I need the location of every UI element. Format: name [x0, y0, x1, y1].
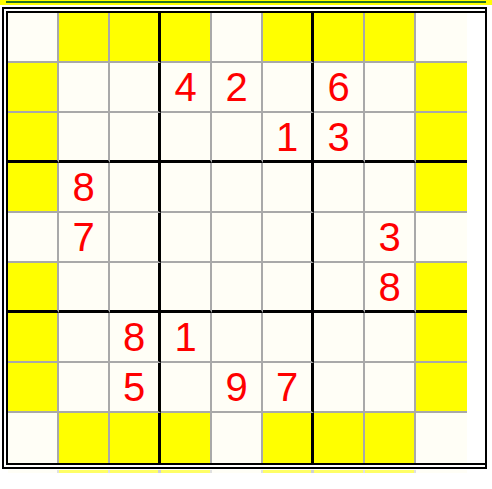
cell-r9c9[interactable] [416, 413, 467, 463]
cell-r4c4[interactable] [161, 163, 212, 213]
cell-r7c7[interactable] [314, 313, 365, 363]
cell-r1c4[interactable] [161, 13, 212, 63]
cell-r7c9[interactable] [416, 313, 467, 363]
cell-r9c4[interactable] [161, 413, 212, 463]
cell-r8c4[interactable] [161, 363, 212, 413]
cell-r1c1[interactable] [8, 13, 59, 63]
cell-r7c5[interactable] [212, 313, 263, 363]
cell-r4c1[interactable] [8, 163, 59, 213]
cell-r9c2[interactable] [59, 413, 110, 463]
cell-r6c1[interactable] [8, 263, 59, 313]
cell-r1c3[interactable] [110, 13, 161, 63]
sudoku-grid: 42613873881597 [8, 13, 485, 463]
cell-r6c7[interactable] [314, 263, 365, 313]
cell-r7c8[interactable] [365, 313, 416, 363]
cell-r5c9[interactable] [416, 213, 467, 263]
sliver-cell-c1 [8, 470, 59, 473]
sudoku-board-outer-border: 42613873881597 [2, 7, 487, 469]
cell-r6c6[interactable] [263, 263, 314, 313]
cell-r9c7[interactable] [314, 413, 365, 463]
cell-r6c2[interactable] [59, 263, 110, 313]
cell-r8c9[interactable] [416, 363, 467, 413]
cell-r3c9[interactable] [416, 113, 467, 163]
cell-r5c1[interactable] [8, 213, 59, 263]
cell-r3c5[interactable] [212, 113, 263, 163]
sliver-cell-c8 [365, 470, 416, 473]
cell-r2c3[interactable] [110, 63, 161, 113]
cell-r2c5[interactable]: 2 [212, 63, 263, 113]
cell-r8c5[interactable]: 9 [212, 363, 263, 413]
cell-r5c8[interactable]: 3 [365, 213, 416, 263]
cell-r1c2[interactable] [59, 13, 110, 63]
cell-r4c8[interactable] [365, 163, 416, 213]
cell-r5c2[interactable]: 7 [59, 213, 110, 263]
cell-r4c3[interactable] [110, 163, 161, 213]
cell-r3c3[interactable] [110, 113, 161, 163]
cell-r1c6[interactable] [263, 13, 314, 63]
cell-r5c5[interactable] [212, 213, 263, 263]
cell-r4c9[interactable] [416, 163, 467, 213]
next-grid-cropped-sliver [8, 470, 485, 473]
cell-r7c4[interactable]: 1 [161, 313, 212, 363]
cell-r9c5[interactable] [212, 413, 263, 463]
cell-r6c4[interactable] [161, 263, 212, 313]
cell-r5c7[interactable] [314, 213, 365, 263]
cell-r5c4[interactable] [161, 213, 212, 263]
cell-r7c6[interactable] [263, 313, 314, 363]
cell-r1c8[interactable] [365, 13, 416, 63]
cell-r3c7[interactable]: 3 [314, 113, 365, 163]
sliver-cell-c2 [59, 470, 110, 473]
cell-r4c6[interactable] [263, 163, 314, 213]
cell-r7c3[interactable]: 8 [110, 313, 161, 363]
cell-r6c9[interactable] [416, 263, 467, 313]
sliver-cell-c9 [416, 470, 467, 473]
sliver-cell-c5 [212, 470, 263, 473]
sliver-cell-c4 [161, 470, 212, 473]
sliver-cell-c3 [110, 470, 161, 473]
cell-r7c1[interactable] [8, 313, 59, 363]
cell-r7c2[interactable] [59, 313, 110, 363]
cell-r8c3[interactable]: 5 [110, 363, 161, 413]
cell-r6c8[interactable]: 8 [365, 263, 416, 313]
cell-r4c5[interactable] [212, 163, 263, 213]
cell-r8c8[interactable] [365, 363, 416, 413]
cell-r1c5[interactable] [212, 13, 263, 63]
cell-r4c7[interactable] [314, 163, 365, 213]
cell-r2c4[interactable]: 4 [161, 63, 212, 113]
cell-r9c8[interactable] [365, 413, 416, 463]
cell-r3c2[interactable] [59, 113, 110, 163]
cell-r4c2[interactable]: 8 [59, 163, 110, 213]
cell-r3c6[interactable]: 1 [263, 113, 314, 163]
top-yellow-strip [0, 0, 492, 5]
cell-r1c9[interactable] [416, 13, 467, 63]
cell-r5c3[interactable] [110, 213, 161, 263]
cell-r2c2[interactable] [59, 63, 110, 113]
sudoku-board-inner-border: 42613873881597 [6, 11, 487, 465]
cell-r9c1[interactable] [8, 413, 59, 463]
cell-r2c9[interactable] [416, 63, 467, 113]
cell-r2c8[interactable] [365, 63, 416, 113]
sliver-cell-c7 [314, 470, 365, 473]
cell-r8c1[interactable] [8, 363, 59, 413]
cell-r9c6[interactable] [263, 413, 314, 463]
cell-r2c7[interactable]: 6 [314, 63, 365, 113]
top-green-rule [6, 1, 486, 3]
cell-r5c6[interactable] [263, 213, 314, 263]
cell-r8c6[interactable]: 7 [263, 363, 314, 413]
cell-r6c5[interactable] [212, 263, 263, 313]
cell-r1c7[interactable] [314, 13, 365, 63]
cell-r2c6[interactable] [263, 63, 314, 113]
cell-r3c8[interactable] [365, 113, 416, 163]
cell-r6c3[interactable] [110, 263, 161, 313]
cell-r3c1[interactable] [8, 113, 59, 163]
cell-r8c7[interactable] [314, 363, 365, 413]
cell-r3c4[interactable] [161, 113, 212, 163]
sliver-cell-c6 [263, 470, 314, 473]
cell-r9c3[interactable] [110, 413, 161, 463]
cell-r2c1[interactable] [8, 63, 59, 113]
cell-r8c2[interactable] [59, 363, 110, 413]
